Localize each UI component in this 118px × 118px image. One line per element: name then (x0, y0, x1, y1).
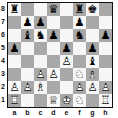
piece-white-bishop[interactable]: ♝♗ (34, 81, 47, 94)
square-f1[interactable]: ♞♘ (73, 94, 86, 107)
square-g8[interactable]: ♚ (86, 3, 99, 16)
square-c1[interactable] (34, 94, 47, 107)
file-label-e: e (60, 109, 73, 117)
file-label-f: f (73, 109, 86, 117)
square-c6[interactable]: ♞ (34, 29, 47, 42)
piece-white-rook[interactable]: ♜♖ (8, 94, 21, 107)
chess-board[interactable]: ♜♛♜♚♟♟♟♝♞♟♞♟♟♟♟♟♙♝♟♙♟♙♞♘♝♗♟♙♟♙♝♗♟♙♟♙♟♙♜♖… (7, 2, 113, 108)
square-b5[interactable] (21, 42, 34, 55)
file-label-g: g (86, 109, 99, 117)
piece-black-knight[interactable]: ♞ (73, 29, 86, 42)
piece-white-pawn[interactable]: ♟♙ (86, 81, 99, 94)
file-label-b: b (21, 109, 34, 117)
square-b6[interactable]: ♝ (21, 29, 34, 42)
square-d8[interactable]: ♛ (47, 3, 60, 16)
square-h8[interactable] (99, 3, 112, 16)
square-e1[interactable]: ♚♔ (60, 94, 73, 107)
square-d3[interactable]: ♟♙ (47, 68, 60, 81)
square-e8[interactable] (60, 3, 73, 16)
piece-white-pawn[interactable]: ♟♙ (60, 55, 73, 68)
file-label-c: c (34, 109, 47, 117)
file-label-a: a (8, 109, 21, 117)
square-g7[interactable] (86, 16, 99, 29)
white-piece-outline-layer: ♘ (73, 94, 86, 107)
square-h6[interactable]: ♟ (99, 29, 112, 42)
white-piece-outline-layer: ♕ (47, 94, 60, 107)
square-f6[interactable]: ♞ (73, 29, 86, 42)
square-e7[interactable] (60, 16, 73, 29)
square-d1[interactable]: ♛♕ (47, 94, 60, 107)
piece-black-bishop[interactable]: ♝ (21, 29, 34, 42)
piece-white-king[interactable]: ♚♔ (60, 94, 73, 107)
white-piece-outline-layer: ♖ (99, 94, 112, 107)
square-g2[interactable]: ♟♙ (86, 81, 99, 94)
square-c2[interactable]: ♝♗ (34, 81, 47, 94)
white-piece-outline-layer: ♗ (34, 81, 47, 94)
piece-black-pawn[interactable]: ♟ (8, 42, 21, 55)
piece-white-pawn[interactable]: ♟♙ (21, 81, 34, 94)
square-g1[interactable] (86, 94, 99, 107)
square-c5[interactable] (34, 42, 47, 55)
file-labels: abcdefgh (8, 109, 112, 117)
piece-black-king[interactable]: ♚ (86, 3, 99, 16)
square-a4[interactable] (8, 55, 21, 68)
white-piece-outline-layer: ♙ (86, 81, 99, 94)
piece-black-rook[interactable]: ♜ (8, 3, 21, 16)
piece-white-pawn[interactable]: ♟♙ (47, 68, 60, 81)
piece-black-pawn[interactable]: ♟ (47, 29, 60, 42)
square-b4[interactable] (21, 55, 34, 68)
white-piece-outline-layer: ♔ (60, 94, 73, 107)
square-d5[interactable] (47, 42, 60, 55)
white-piece-outline-layer: ♙ (60, 55, 73, 68)
square-f5[interactable] (73, 42, 86, 55)
piece-black-pawn[interactable]: ♟ (99, 29, 112, 42)
square-b2[interactable]: ♟♙ (21, 81, 34, 94)
square-e3[interactable] (60, 68, 73, 81)
square-h4[interactable] (99, 55, 112, 68)
piece-black-queen[interactable]: ♛ (47, 3, 60, 16)
square-a1[interactable]: ♜♖ (8, 94, 21, 107)
square-a8[interactable]: ♜ (8, 3, 21, 16)
square-a5[interactable]: ♟ (8, 42, 21, 55)
piece-white-knight[interactable]: ♞♘ (73, 94, 86, 107)
piece-white-queen[interactable]: ♛♕ (47, 94, 60, 107)
square-h5[interactable] (99, 42, 112, 55)
white-piece-outline-layer: ♖ (8, 94, 21, 107)
square-d6[interactable]: ♟ (47, 29, 60, 42)
white-piece-outline-layer: ♙ (21, 81, 34, 94)
square-h1[interactable]: ♜♖ (99, 94, 112, 107)
square-a7[interactable] (8, 16, 21, 29)
chess-diagram: 87654321 ♜♛♜♚♟♟♟♝♞♟♞♟♟♟♟♟♙♝♟♙♟♙♞♘♝♗♟♙♟♙♝… (0, 0, 118, 118)
white-piece-outline-layer: ♙ (47, 68, 60, 81)
piece-black-knight[interactable]: ♞ (34, 29, 47, 42)
square-e4[interactable]: ♟♙ (60, 55, 73, 68)
square-b1[interactable] (21, 94, 34, 107)
piece-white-rook[interactable]: ♜♖ (99, 94, 112, 107)
file-label-d: d (47, 109, 60, 117)
file-label-h: h (99, 109, 112, 117)
